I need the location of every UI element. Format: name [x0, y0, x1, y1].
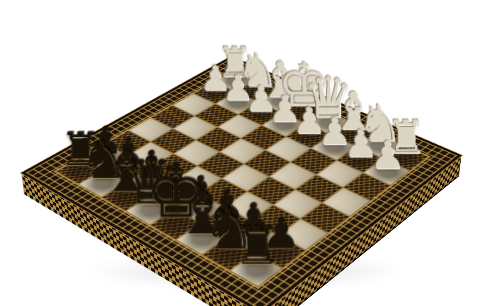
product-photo: ♜♟♟♜♞♟♟♞♝♟♟♝♛♟♟♚♚♟♟♛♝♟♟♝♞♟♟♞♜♟♟♜	[0, 0, 500, 306]
